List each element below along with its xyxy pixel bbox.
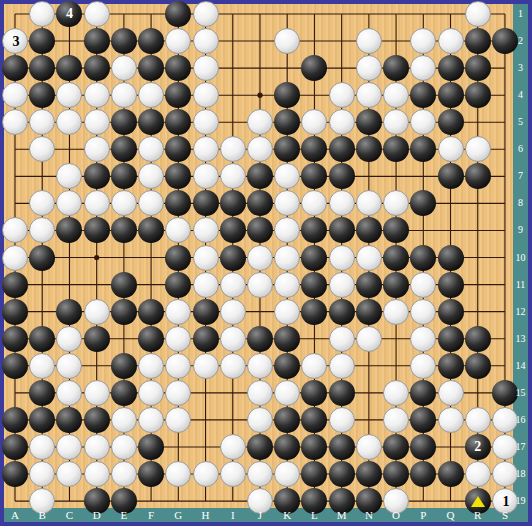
- stone-Q5[interactable]: [438, 109, 464, 135]
- stone-G12[interactable]: [165, 299, 191, 325]
- stone-H8[interactable]: [193, 190, 219, 216]
- stone-I18[interactable]: [220, 461, 246, 487]
- row-label-1: 1: [513, 7, 528, 21]
- stone-G11[interactable]: [165, 272, 191, 298]
- stone-O12[interactable]: [383, 299, 409, 325]
- col-label-G: G: [168, 508, 188, 522]
- stone-J15[interactable]: [247, 380, 273, 406]
- stone-A17[interactable]: [2, 434, 28, 460]
- move-number-label-4: 4: [56, 1, 82, 27]
- stone-B17[interactable]: [29, 434, 55, 460]
- stone-J13[interactable]: [247, 326, 273, 352]
- col-label-N: N: [359, 508, 379, 522]
- stone-Q10[interactable]: [438, 245, 464, 271]
- stone-M4[interactable]: [329, 82, 355, 108]
- row-label-8: 8: [513, 196, 528, 210]
- stone-R4[interactable]: [465, 82, 491, 108]
- stone-N5[interactable]: [356, 109, 382, 135]
- stone-E4[interactable]: [111, 82, 137, 108]
- stone-Q4[interactable]: [438, 82, 464, 108]
- stone-E5[interactable]: [111, 109, 137, 135]
- stone-M9[interactable]: [329, 217, 355, 243]
- stone-I11[interactable]: [220, 272, 246, 298]
- col-label-D: D: [87, 508, 107, 522]
- stone-B15[interactable]: [29, 380, 55, 406]
- stone-J18[interactable]: [247, 461, 273, 487]
- stone-I17[interactable]: [220, 434, 246, 460]
- stone-N4[interactable]: [356, 82, 382, 108]
- stone-P11[interactable]: [410, 272, 436, 298]
- stone-F12[interactable]: [138, 299, 164, 325]
- stone-A2[interactable]: 3: [2, 28, 28, 54]
- stone-D9[interactable]: [84, 217, 110, 243]
- stone-D12[interactable]: [84, 299, 110, 325]
- stone-E11[interactable]: [111, 272, 137, 298]
- stone-R17[interactable]: 2: [465, 434, 491, 460]
- stone-C13[interactable]: [56, 326, 82, 352]
- stone-O3[interactable]: [383, 55, 409, 81]
- stone-O17[interactable]: [383, 434, 409, 460]
- col-label-H: H: [196, 508, 216, 522]
- stone-P15[interactable]: [410, 380, 436, 406]
- stone-D4[interactable]: [84, 82, 110, 108]
- stone-R16[interactable]: [465, 407, 491, 433]
- stone-F14[interactable]: [138, 353, 164, 379]
- stone-D13[interactable]: [84, 326, 110, 352]
- stone-R7[interactable]: [465, 163, 491, 189]
- col-label-P: P: [413, 508, 433, 522]
- stone-F18[interactable]: [138, 461, 164, 487]
- col-label-R: R: [468, 508, 488, 522]
- stone-N13[interactable]: [356, 326, 382, 352]
- stone-D5[interactable]: [84, 109, 110, 135]
- stone-Q7[interactable]: [438, 163, 464, 189]
- stone-B16[interactable]: [29, 407, 55, 433]
- stone-O15[interactable]: [383, 380, 409, 406]
- stone-I14[interactable]: [220, 353, 246, 379]
- col-label-L: L: [304, 508, 324, 522]
- row-label-3: 3: [513, 61, 528, 75]
- stone-B14[interactable]: [29, 353, 55, 379]
- stone-L12[interactable]: [301, 299, 327, 325]
- stone-F15[interactable]: [138, 380, 164, 406]
- stone-K17[interactable]: [274, 434, 300, 460]
- row-label-7: 7: [513, 169, 528, 183]
- triangle-marker-icon: [471, 496, 485, 507]
- stone-G15[interactable]: [165, 380, 191, 406]
- stone-H14[interactable]: [193, 353, 219, 379]
- stone-N10[interactable]: [356, 245, 382, 271]
- stone-J10[interactable]: [247, 245, 273, 271]
- stone-E17[interactable]: [111, 434, 137, 460]
- stone-H7[interactable]: [193, 163, 219, 189]
- col-label-C: C: [59, 508, 79, 522]
- stone-C1[interactable]: 4: [56, 1, 82, 27]
- stone-I6[interactable]: [220, 136, 246, 162]
- col-label-O: O: [386, 508, 406, 522]
- row-label-2: 2: [513, 34, 528, 48]
- stone-M6[interactable]: [329, 136, 355, 162]
- stone-O18[interactable]: [383, 461, 409, 487]
- stone-Q3[interactable]: [438, 55, 464, 81]
- stone-J11[interactable]: [247, 272, 273, 298]
- stone-Q18[interactable]: [438, 461, 464, 487]
- row-label-19: 19: [513, 494, 528, 508]
- stone-D16[interactable]: [84, 407, 110, 433]
- stone-K12[interactable]: [274, 299, 300, 325]
- stone-I10[interactable]: [220, 245, 246, 271]
- stone-H5[interactable]: [193, 109, 219, 135]
- stone-D2[interactable]: [84, 28, 110, 54]
- stone-M7[interactable]: [329, 163, 355, 189]
- stone-M8[interactable]: [329, 190, 355, 216]
- stone-H13[interactable]: [193, 326, 219, 352]
- stone-M10[interactable]: [329, 245, 355, 271]
- stone-G10[interactable]: [165, 245, 191, 271]
- stone-I8[interactable]: [220, 190, 246, 216]
- stone-H3[interactable]: [193, 55, 219, 81]
- stone-C12[interactable]: [56, 299, 82, 325]
- stone-H12[interactable]: [193, 299, 219, 325]
- go-board-screenshot: 4321 ABCDEFGHIJKLMNOPQRS1234567891011121…: [0, 0, 532, 526]
- stone-M13[interactable]: [329, 326, 355, 352]
- stone-M14[interactable]: [329, 353, 355, 379]
- col-label-J: J: [250, 508, 270, 522]
- stone-J17[interactable]: [247, 434, 273, 460]
- stone-D6[interactable]: [84, 136, 110, 162]
- stone-M12[interactable]: [329, 299, 355, 325]
- stone-H4[interactable]: [193, 82, 219, 108]
- stone-Q15[interactable]: [438, 380, 464, 406]
- stone-A10[interactable]: [2, 245, 28, 271]
- stone-N18[interactable]: [356, 461, 382, 487]
- stone-B10[interactable]: [29, 245, 55, 271]
- stone-R3[interactable]: [465, 55, 491, 81]
- row-label-11: 11: [513, 278, 528, 292]
- col-label-A: A: [5, 508, 25, 522]
- stone-P14[interactable]: [410, 353, 436, 379]
- stone-E2[interactable]: [111, 28, 137, 54]
- stone-R1[interactable]: [465, 1, 491, 27]
- stone-H18[interactable]: [193, 461, 219, 487]
- stone-Q13[interactable]: [438, 326, 464, 352]
- stone-H9[interactable]: [193, 217, 219, 243]
- stone-J16[interactable]: [247, 407, 273, 433]
- stone-P10[interactable]: [410, 245, 436, 271]
- stone-D17[interactable]: [84, 434, 110, 460]
- stone-F13[interactable]: [138, 326, 164, 352]
- stone-A18[interactable]: [2, 461, 28, 487]
- stone-E18[interactable]: [111, 461, 137, 487]
- row-label-18: 18: [513, 467, 528, 481]
- stone-D8[interactable]: [84, 190, 110, 216]
- stone-K13[interactable]: [274, 326, 300, 352]
- row-label-14: 14: [513, 359, 528, 373]
- col-label-K: K: [277, 508, 297, 522]
- stone-R2[interactable]: [465, 28, 491, 54]
- row-label-15: 15: [513, 386, 528, 400]
- stone-A11[interactable]: [2, 272, 28, 298]
- col-label-M: M: [332, 508, 352, 522]
- stone-E15[interactable]: [111, 380, 137, 406]
- stone-A16[interactable]: [2, 407, 28, 433]
- stone-A13[interactable]: [2, 326, 28, 352]
- row-label-13: 13: [513, 332, 528, 346]
- col-label-S: S: [495, 508, 515, 522]
- stone-P13[interactable]: [410, 326, 436, 352]
- stone-M15[interactable]: [329, 380, 355, 406]
- stone-D18[interactable]: [84, 461, 110, 487]
- stone-D1[interactable]: [84, 1, 110, 27]
- stone-H6[interactable]: [193, 136, 219, 162]
- row-label-10: 10: [513, 251, 528, 265]
- stone-L11[interactable]: [301, 272, 327, 298]
- stone-F17[interactable]: [138, 434, 164, 460]
- stone-A4[interactable]: [2, 82, 28, 108]
- stone-B13[interactable]: [29, 326, 55, 352]
- stone-F16[interactable]: [138, 407, 164, 433]
- stone-N11[interactable]: [356, 272, 382, 298]
- stone-K10[interactable]: [274, 245, 300, 271]
- stone-A14[interactable]: [2, 353, 28, 379]
- stone-H11[interactable]: [193, 272, 219, 298]
- stone-O11[interactable]: [383, 272, 409, 298]
- stone-K11[interactable]: [274, 272, 300, 298]
- stone-P16[interactable]: [410, 407, 436, 433]
- stone-A12[interactable]: [2, 299, 28, 325]
- stone-E12[interactable]: [111, 299, 137, 325]
- move-number-label-3: 3: [3, 29, 29, 55]
- col-label-Q: Q: [441, 508, 461, 522]
- col-label-B: B: [32, 508, 52, 522]
- col-label-F: F: [141, 508, 161, 522]
- move-number-label-2: 2: [465, 434, 491, 460]
- stone-Q14[interactable]: [438, 353, 464, 379]
- stone-N17[interactable]: [356, 434, 382, 460]
- col-label-E: E: [114, 508, 134, 522]
- row-label-16: 16: [513, 413, 528, 427]
- stone-K15[interactable]: [274, 380, 300, 406]
- stone-K14[interactable]: [274, 353, 300, 379]
- stone-E3[interactable]: [111, 55, 137, 81]
- stone-N2[interactable]: [356, 28, 382, 54]
- stone-G13[interactable]: [165, 326, 191, 352]
- stone-E14[interactable]: [111, 353, 137, 379]
- col-label-I: I: [223, 508, 243, 522]
- stone-J14[interactable]: [247, 353, 273, 379]
- stone-E6[interactable]: [111, 136, 137, 162]
- stone-M17[interactable]: [329, 434, 355, 460]
- stone-R6[interactable]: [465, 136, 491, 162]
- stone-M5[interactable]: [329, 109, 355, 135]
- stone-Q11[interactable]: [438, 272, 464, 298]
- stone-M18[interactable]: [329, 461, 355, 487]
- stone-R18[interactable]: [465, 461, 491, 487]
- stone-E16[interactable]: [111, 407, 137, 433]
- stone-F2[interactable]: [138, 28, 164, 54]
- row-label-17: 17: [513, 440, 528, 454]
- stone-Q12[interactable]: [438, 299, 464, 325]
- stone-N12[interactable]: [356, 299, 382, 325]
- stone-R13[interactable]: [465, 326, 491, 352]
- stone-L14[interactable]: [301, 353, 327, 379]
- stone-Q16[interactable]: [438, 407, 464, 433]
- stone-A3[interactable]: [2, 55, 28, 81]
- row-label-5: 5: [513, 115, 528, 129]
- stone-R14[interactable]: [465, 353, 491, 379]
- stone-H1[interactable]: [193, 1, 219, 27]
- stone-I7[interactable]: [220, 163, 246, 189]
- row-label-12: 12: [513, 305, 528, 319]
- stone-N3[interactable]: [356, 55, 382, 81]
- stone-O10[interactable]: [383, 245, 409, 271]
- stone-H10[interactable]: [193, 245, 219, 271]
- row-label-4: 4: [513, 88, 528, 102]
- stone-L10[interactable]: [301, 245, 327, 271]
- stone-D3[interactable]: [84, 55, 110, 81]
- stone-G14[interactable]: [165, 353, 191, 379]
- stone-D7[interactable]: [84, 163, 110, 189]
- stone-H2[interactable]: [193, 28, 219, 54]
- row-label-6: 6: [513, 142, 528, 156]
- stone-Q6[interactable]: [438, 136, 464, 162]
- stone-D15[interactable]: [84, 380, 110, 406]
- stone-M16[interactable]: [329, 407, 355, 433]
- stone-N6[interactable]: [356, 136, 382, 162]
- stone-I12[interactable]: [220, 299, 246, 325]
- row-label-9: 9: [513, 223, 528, 237]
- stone-K16[interactable]: [274, 407, 300, 433]
- stone-O16[interactable]: [383, 407, 409, 433]
- stone-P12[interactable]: [410, 299, 436, 325]
- stone-Q2[interactable]: [438, 28, 464, 54]
- stone-M11[interactable]: [329, 272, 355, 298]
- stone-I13[interactable]: [220, 326, 246, 352]
